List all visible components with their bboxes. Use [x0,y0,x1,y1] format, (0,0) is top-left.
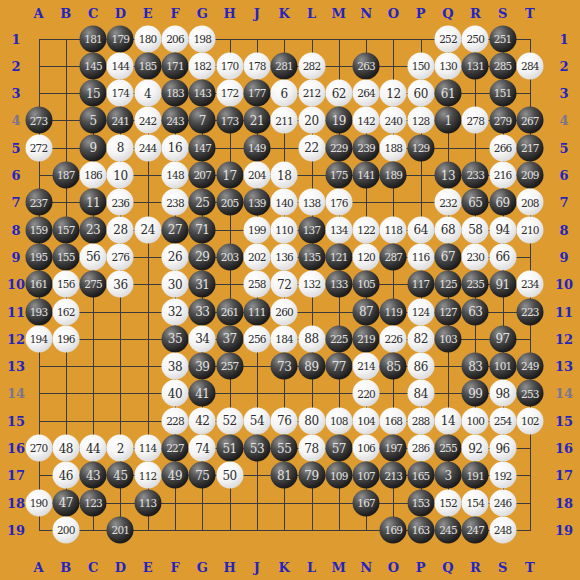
white-stone-F14[interactable]: 40 [162,380,189,407]
black-stone-C17[interactable]: 43 [80,462,107,489]
move-number: 149 [248,142,266,153]
black-stone-T14[interactable]: 253 [516,380,543,407]
white-stone-K9[interactable]: 136 [271,243,298,270]
black-stone-O6[interactable]: 189 [380,162,407,189]
black-stone-S7[interactable]: 69 [489,189,516,216]
black-stone-R10[interactable]: 235 [462,271,489,298]
black-stone-N17[interactable]: 107 [353,462,380,489]
black-stone-G5[interactable]: 147 [189,134,216,161]
white-stone-P3[interactable]: 60 [407,80,434,107]
black-stone-J11[interactable]: 111 [243,298,270,325]
black-stone-G13[interactable]: 39 [189,353,216,380]
white-stone-P15[interactable]: 288 [407,407,434,434]
white-stone-Q1[interactable]: 252 [435,25,462,52]
white-stone-D6[interactable]: 10 [107,162,134,189]
black-stone-S3[interactable]: 151 [489,80,516,107]
black-stone-Q10[interactable]: 125 [435,271,462,298]
black-stone-G9[interactable]: 29 [189,243,216,270]
white-stone-R15[interactable]: 100 [462,407,489,434]
move-number: 53 [250,442,264,454]
black-stone-G11[interactable]: 33 [189,298,216,325]
white-stone-N8[interactable]: 122 [353,216,380,243]
black-stone-R17[interactable]: 191 [462,462,489,489]
black-stone-O11[interactable]: 119 [380,298,407,325]
white-stone-K10[interactable]: 72 [271,271,298,298]
black-stone-E2[interactable]: 185 [134,52,161,79]
white-stone-S16[interactable]: 96 [489,435,516,462]
white-stone-N3[interactable]: 264 [353,80,380,107]
black-stone-N12[interactable]: 219 [353,325,380,352]
black-stone-F12[interactable]: 35 [162,325,189,352]
white-stone-H17[interactable]: 50 [216,462,243,489]
coordinate-label: 16 [7,442,25,455]
white-stone-D8[interactable]: 28 [107,216,134,243]
white-stone-L16[interactable]: 78 [298,435,325,462]
move-number: 48 [59,442,73,454]
black-stone-Q12[interactable]: 103 [435,325,462,352]
move-number: 61 [441,87,455,99]
white-stone-A18[interactable]: 190 [25,489,52,516]
black-stone-T5[interactable]: 217 [516,134,543,161]
black-stone-C5[interactable]: 9 [80,134,107,161]
black-stone-Q3[interactable]: 61 [435,80,462,107]
white-stone-R9[interactable]: 230 [462,243,489,270]
black-stone-M12[interactable]: 225 [325,325,352,352]
white-stone-B19[interactable]: 200 [52,516,79,543]
white-stone-K8[interactable]: 110 [271,216,298,243]
black-stone-B9[interactable]: 155 [52,243,79,270]
black-stone-G7[interactable]: 25 [189,189,216,216]
black-stone-O13[interactable]: 85 [380,353,407,380]
black-stone-H12[interactable]: 37 [216,325,243,352]
black-stone-H7[interactable]: 205 [216,189,243,216]
move-number: 240 [385,115,403,126]
white-stone-E3[interactable]: 4 [134,80,161,107]
white-stone-F10[interactable]: 30 [162,271,189,298]
move-number: 252 [439,33,457,44]
black-stone-G10[interactable]: 31 [189,271,216,298]
white-stone-Q15[interactable]: 14 [435,407,462,434]
white-stone-S19[interactable]: 248 [489,516,516,543]
move-number: 86 [414,360,428,372]
black-stone-D19[interactable]: 201 [107,516,134,543]
black-stone-F4[interactable]: 243 [162,107,189,134]
white-stone-J6[interactable]: 204 [243,162,270,189]
white-stone-H3[interactable]: 172 [216,80,243,107]
white-stone-T15[interactable]: 102 [516,407,543,434]
white-stone-S9[interactable]: 66 [489,243,516,270]
white-stone-G15[interactable]: 42 [189,407,216,434]
black-stone-T6[interactable]: 209 [516,162,543,189]
white-stone-G16[interactable]: 74 [189,435,216,462]
black-stone-M9[interactable]: 121 [325,243,352,270]
move-number: 171 [166,61,184,72]
black-stone-R7[interactable]: 65 [462,189,489,216]
white-stone-E17[interactable]: 112 [134,462,161,489]
white-stone-L5[interactable]: 22 [298,134,325,161]
black-stone-P19[interactable]: 163 [407,516,434,543]
white-stone-E16[interactable]: 114 [134,435,161,462]
white-stone-J15[interactable]: 54 [243,407,270,434]
black-stone-C1[interactable]: 181 [80,25,107,52]
white-stone-D5[interactable]: 8 [107,134,134,161]
move-number: 204 [248,170,266,181]
black-stone-N5[interactable]: 239 [353,134,380,161]
move-number: 186 [84,170,102,181]
black-stone-A9[interactable]: 195 [25,243,52,270]
move-number: 133 [330,279,348,290]
white-stone-D10[interactable]: 36 [107,271,134,298]
black-stone-S4[interactable]: 279 [489,107,516,134]
black-stone-J3[interactable]: 177 [243,80,270,107]
black-stone-D1[interactable]: 179 [107,25,134,52]
white-stone-D7[interactable]: 236 [107,189,134,216]
coordinate-label: C [88,7,98,20]
black-stone-R13[interactable]: 83 [462,353,489,380]
black-stone-R19[interactable]: 247 [462,516,489,543]
white-stone-K11[interactable]: 260 [271,298,298,325]
black-stone-M4[interactable]: 19 [325,107,352,134]
white-stone-R1[interactable]: 250 [462,25,489,52]
black-stone-F2[interactable]: 171 [162,52,189,79]
black-stone-O17[interactable]: 213 [380,462,407,489]
white-stone-F1[interactable]: 206 [162,25,189,52]
white-stone-F13[interactable]: 38 [162,353,189,380]
white-stone-B12[interactable]: 196 [52,325,79,352]
move-number: 107 [357,470,375,481]
black-stone-F3[interactable]: 183 [162,80,189,107]
black-stone-J4[interactable]: 21 [243,107,270,134]
black-stone-S1[interactable]: 251 [489,25,516,52]
white-stone-D2[interactable]: 144 [107,52,134,79]
black-stone-M16[interactable]: 57 [325,435,352,462]
black-stone-S12[interactable]: 97 [489,325,516,352]
white-stone-J2[interactable]: 178 [243,52,270,79]
white-stone-M8[interactable]: 134 [325,216,352,243]
black-stone-M17[interactable]: 109 [325,462,352,489]
black-stone-R6[interactable]: 233 [462,162,489,189]
white-stone-D9[interactable]: 276 [107,243,134,270]
black-stone-T13[interactable]: 249 [516,353,543,380]
white-stone-P11[interactable]: 124 [407,298,434,325]
white-stone-Q8[interactable]: 68 [435,216,462,243]
white-stone-B17[interactable]: 46 [52,462,79,489]
black-stone-M6[interactable]: 175 [325,162,352,189]
black-stone-P18[interactable]: 153 [407,489,434,516]
white-stone-L10[interactable]: 132 [298,271,325,298]
white-stone-R4[interactable]: 278 [462,107,489,134]
black-stone-L13[interactable]: 89 [298,353,325,380]
black-stone-Q9[interactable]: 67 [435,243,462,270]
white-stone-A12[interactable]: 194 [25,325,52,352]
black-stone-K17[interactable]: 81 [271,462,298,489]
white-stone-Q18[interactable]: 152 [435,489,462,516]
white-stone-N15[interactable]: 104 [353,407,380,434]
white-stone-F7[interactable]: 238 [162,189,189,216]
move-number: 28 [113,224,127,236]
black-stone-F17[interactable]: 49 [162,462,189,489]
black-stone-F16[interactable]: 227 [162,435,189,462]
white-stone-F11[interactable]: 32 [162,298,189,325]
white-stone-L12[interactable]: 88 [298,325,325,352]
white-stone-D16[interactable]: 2 [107,435,134,462]
white-stone-C16[interactable]: 44 [80,435,107,462]
black-stone-Q11[interactable]: 127 [435,298,462,325]
move-number: 23 [86,224,100,236]
white-stone-B10[interactable]: 156 [52,271,79,298]
white-stone-N16[interactable]: 106 [353,435,380,462]
white-stone-A16[interactable]: 270 [25,435,52,462]
move-number: 89 [304,360,318,372]
move-number: 4 [144,87,151,99]
white-stone-F6[interactable]: 148 [162,162,189,189]
black-stone-B6[interactable]: 187 [52,162,79,189]
white-stone-R8[interactable]: 58 [462,216,489,243]
white-stone-O8[interactable]: 118 [380,216,407,243]
white-stone-G2[interactable]: 182 [189,52,216,79]
black-stone-L9[interactable]: 135 [298,243,325,270]
black-stone-A4[interactable]: 273 [25,107,52,134]
white-stone-G1[interactable]: 198 [189,25,216,52]
white-stone-M15[interactable]: 108 [325,407,352,434]
black-stone-Q6[interactable]: 13 [435,162,462,189]
black-stone-C18[interactable]: 123 [80,489,107,516]
black-stone-G8[interactable]: 71 [189,216,216,243]
move-number: 212 [303,88,321,99]
black-stone-S10[interactable]: 91 [489,271,516,298]
white-stone-N9[interactable]: 120 [353,243,380,270]
white-stone-G12[interactable]: 34 [189,325,216,352]
black-stone-B8[interactable]: 157 [52,216,79,243]
white-stone-B16[interactable]: 48 [52,435,79,462]
black-stone-O9[interactable]: 287 [380,243,407,270]
white-stone-R16[interactable]: 92 [462,435,489,462]
black-stone-M5[interactable]: 229 [325,134,352,161]
white-stone-R18[interactable]: 154 [462,489,489,516]
white-stone-T2[interactable]: 284 [516,52,543,79]
move-number: 116 [412,252,430,263]
white-stone-K4[interactable]: 211 [271,107,298,134]
white-stone-N13[interactable]: 214 [353,353,380,380]
white-stone-E4[interactable]: 242 [134,107,161,134]
white-stone-E1[interactable]: 180 [134,25,161,52]
white-stone-O12[interactable]: 226 [380,325,407,352]
black-stone-Q4[interactable]: 1 [435,107,462,134]
white-stone-C9[interactable]: 56 [80,243,107,270]
white-stone-M3[interactable]: 62 [325,80,352,107]
black-stone-C8[interactable]: 23 [80,216,107,243]
white-stone-J9[interactable]: 202 [243,243,270,270]
black-stone-J16[interactable]: 53 [243,435,270,462]
move-number: 39 [195,360,209,372]
white-stone-M7[interactable]: 176 [325,189,352,216]
white-stone-K3[interactable]: 6 [271,80,298,107]
white-stone-S5[interactable]: 266 [489,134,516,161]
black-stone-C7[interactable]: 11 [80,189,107,216]
white-stone-S15[interactable]: 254 [489,407,516,434]
white-stone-T10[interactable]: 234 [516,271,543,298]
black-stone-K2[interactable]: 281 [271,52,298,79]
white-stone-P16[interactable]: 286 [407,435,434,462]
white-stone-H2[interactable]: 170 [216,52,243,79]
black-stone-A8[interactable]: 159 [25,216,52,243]
black-stone-Q16[interactable]: 255 [435,435,462,462]
black-stone-M13[interactable]: 77 [325,353,352,380]
black-stone-D17[interactable]: 45 [107,462,134,489]
white-stone-J12[interactable]: 256 [243,325,270,352]
white-stone-J10[interactable]: 258 [243,271,270,298]
white-stone-L7[interactable]: 138 [298,189,325,216]
coordinate-label: 18 [555,496,573,509]
black-stone-T4[interactable]: 267 [516,107,543,134]
black-stone-H13[interactable]: 257 [216,353,243,380]
black-stone-H9[interactable]: 203 [216,243,243,270]
black-stone-C2[interactable]: 145 [80,52,107,79]
white-stone-D3[interactable]: 174 [107,80,134,107]
coordinate-label: P [416,561,426,574]
white-stone-S6[interactable]: 216 [489,162,516,189]
white-stone-P13[interactable]: 86 [407,353,434,380]
black-stone-A11[interactable]: 193 [25,298,52,325]
white-stone-E8[interactable]: 24 [134,216,161,243]
black-stone-C10[interactable]: 275 [80,271,107,298]
white-stone-F15[interactable]: 228 [162,407,189,434]
black-stone-M10[interactable]: 133 [325,271,352,298]
black-stone-J7[interactable]: 139 [243,189,270,216]
black-stone-O16[interactable]: 197 [380,435,407,462]
black-stone-N11[interactable]: 87 [353,298,380,325]
white-stone-P14[interactable]: 84 [407,380,434,407]
move-number: 6 [281,87,288,99]
white-stone-L15[interactable]: 80 [298,407,325,434]
black-stone-B18[interactable]: 47 [52,489,79,516]
coordinate-label: 13 [555,360,573,373]
white-stone-K12[interactable]: 184 [271,325,298,352]
white-stone-J8[interactable]: 199 [243,216,270,243]
white-stone-S17[interactable]: 192 [489,462,516,489]
white-stone-P4[interactable]: 128 [407,107,434,134]
black-stone-A10[interactable]: 161 [25,271,52,298]
white-stone-N14[interactable]: 220 [353,380,380,407]
coordinate-label: N [360,561,372,574]
black-stone-D4[interactable]: 241 [107,107,134,134]
white-stone-S18[interactable]: 246 [489,489,516,516]
move-number: 40 [168,387,182,399]
move-number: 232 [439,197,457,208]
black-stone-G14[interactable]: 41 [189,380,216,407]
black-stone-O19[interactable]: 169 [380,516,407,543]
white-stone-O4[interactable]: 240 [380,107,407,134]
white-stone-P12[interactable]: 82 [407,325,434,352]
black-stone-P17[interactable]: 165 [407,462,434,489]
black-stone-K16[interactable]: 55 [271,435,298,462]
white-stone-A5[interactable]: 272 [25,134,52,161]
white-stone-T8[interactable]: 210 [516,216,543,243]
black-stone-K13[interactable]: 73 [271,353,298,380]
white-stone-S8[interactable]: 94 [489,216,516,243]
black-stone-T11[interactable]: 223 [516,298,543,325]
black-stone-G17[interactable]: 75 [189,462,216,489]
white-stone-P9[interactable]: 116 [407,243,434,270]
move-number: 101 [494,361,512,372]
white-stone-E5[interactable]: 244 [134,134,161,161]
black-stone-N2[interactable]: 263 [353,52,380,79]
white-stone-S14[interactable]: 98 [489,380,516,407]
coordinate-label: R [470,7,481,20]
white-stone-H15[interactable]: 52 [216,407,243,434]
black-stone-F8[interactable]: 27 [162,216,189,243]
black-stone-H11[interactable]: 261 [216,298,243,325]
move-number: 279 [494,115,512,126]
black-stone-R11[interactable]: 63 [462,298,489,325]
black-stone-Q17[interactable]: 3 [435,462,462,489]
black-stone-G4[interactable]: 7 [189,107,216,134]
coordinate-label: Q [442,561,453,574]
white-stone-L3[interactable]: 212 [298,80,325,107]
black-stone-G6[interactable]: 207 [189,162,216,189]
white-stone-P8[interactable]: 64 [407,216,434,243]
black-stone-A7[interactable]: 237 [25,189,52,216]
white-stone-K15[interactable]: 76 [271,407,298,434]
white-stone-F5[interactable]: 16 [162,134,189,161]
move-number: 11 [86,196,100,208]
move-number: 33 [195,306,209,318]
black-stone-H16[interactable]: 51 [216,435,243,462]
white-stone-K7[interactable]: 140 [271,189,298,216]
black-stone-P10[interactable]: 117 [407,271,434,298]
white-stone-O5[interactable]: 188 [380,134,407,161]
black-stone-S2[interactable]: 285 [489,52,516,79]
white-stone-Q2[interactable]: 130 [435,52,462,79]
black-stone-J5[interactable]: 149 [243,134,270,161]
black-stone-L8[interactable]: 137 [298,216,325,243]
black-stone-N6[interactable]: 141 [353,162,380,189]
white-stone-L2[interactable]: 282 [298,52,325,79]
black-stone-C3[interactable]: 15 [80,80,107,107]
black-stone-S13[interactable]: 101 [489,353,516,380]
white-stone-B11[interactable]: 162 [52,298,79,325]
move-number: 134 [330,224,348,235]
black-stone-H4[interactable]: 173 [216,107,243,134]
black-stone-H6[interactable]: 17 [216,162,243,189]
white-stone-N4[interactable]: 142 [353,107,380,134]
white-stone-O3[interactable]: 12 [380,80,407,107]
white-stone-O15[interactable]: 168 [380,407,407,434]
black-stone-E18[interactable]: 113 [134,489,161,516]
black-stone-N18[interactable]: 167 [353,489,380,516]
black-stone-Q19[interactable]: 245 [435,516,462,543]
coordinate-label: A [33,561,43,574]
black-stone-N10[interactable]: 105 [353,271,380,298]
black-stone-P5[interactable]: 129 [407,134,434,161]
move-number: 163 [412,525,430,536]
move-number: 19 [332,114,346,126]
black-stone-C4[interactable]: 5 [80,107,107,134]
black-stone-L17[interactable]: 79 [298,462,325,489]
white-stone-C6[interactable]: 186 [80,162,107,189]
black-stone-G3[interactable]: 143 [189,80,216,107]
white-stone-F9[interactable]: 26 [162,243,189,270]
white-stone-K6[interactable]: 18 [271,162,298,189]
white-stone-T7[interactable]: 208 [516,189,543,216]
white-stone-P2[interactable]: 150 [407,52,434,79]
black-stone-R2[interactable]: 131 [462,52,489,79]
white-stone-L4[interactable]: 20 [298,107,325,134]
move-number: 153 [412,497,430,508]
coordinate-label: 7 [559,196,568,209]
white-stone-Q7[interactable]: 232 [435,189,462,216]
black-stone-R14[interactable]: 99 [462,380,489,407]
